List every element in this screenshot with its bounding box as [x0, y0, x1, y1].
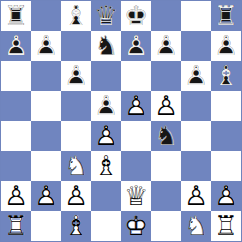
square-g8[interactable]: [181, 1, 211, 31]
piece-outline-glyph: ♙: [91, 91, 121, 121]
square-g4[interactable]: [181, 121, 211, 151]
piece-black-bishop[interactable]: ♝♗: [211, 61, 241, 91]
square-f3[interactable]: [151, 151, 181, 181]
square-d4[interactable]: ♟♙: [91, 121, 121, 151]
square-d8[interactable]: ♛♕: [91, 1, 121, 31]
piece-outline-glyph: ♔: [121, 211, 151, 241]
piece-outline-glyph: ♙: [151, 91, 181, 121]
square-a6[interactable]: [1, 61, 31, 91]
piece-outline-glyph: ♙: [181, 61, 211, 91]
square-d6[interactable]: [91, 61, 121, 91]
square-h5[interactable]: [211, 91, 241, 121]
piece-white-knight[interactable]: ♞♘: [181, 211, 211, 241]
square-f8[interactable]: [151, 1, 181, 31]
square-g7[interactable]: [181, 31, 211, 61]
piece-outline-glyph: ♔: [121, 1, 151, 31]
square-b7[interactable]: ♟♙: [31, 31, 61, 61]
piece-white-pawn[interactable]: ♟♙: [91, 121, 121, 151]
square-h2[interactable]: ♟♙: [211, 181, 241, 211]
piece-outline-glyph: ♖: [211, 1, 241, 31]
square-h6[interactable]: ♝♗: [211, 61, 241, 91]
piece-outline-glyph: ♙: [61, 181, 91, 211]
square-f7[interactable]: ♟♙: [151, 31, 181, 61]
piece-outline-glyph: ♘: [181, 211, 211, 241]
piece-outline-glyph: ♙: [31, 181, 61, 211]
square-f1[interactable]: [151, 211, 181, 241]
square-a4[interactable]: [1, 121, 31, 151]
piece-outline-glyph: ♖: [1, 1, 31, 31]
square-e8[interactable]: ♚♔: [121, 1, 151, 31]
square-h3[interactable]: [211, 151, 241, 181]
piece-outline-glyph: ♗: [61, 1, 91, 31]
square-e5[interactable]: ♟♙: [121, 91, 151, 121]
square-d3[interactable]: ♝♗: [91, 151, 121, 181]
square-c7[interactable]: [61, 31, 91, 61]
piece-black-pawn[interactable]: ♟♙: [91, 91, 121, 121]
square-h8[interactable]: ♜♖: [211, 1, 241, 31]
square-e4[interactable]: [121, 121, 151, 151]
piece-white-king[interactable]: ♚♔: [121, 211, 151, 241]
square-a7[interactable]: ♟♙: [1, 31, 31, 61]
square-a2[interactable]: ♟♙: [1, 181, 31, 211]
square-e2[interactable]: ♛♕: [121, 181, 151, 211]
piece-outline-glyph: ♙: [151, 31, 181, 61]
piece-outline-glyph: ♙: [181, 181, 211, 211]
square-e1[interactable]: ♚♔: [121, 211, 151, 241]
square-b2[interactable]: ♟♙: [31, 181, 61, 211]
piece-black-queen[interactable]: ♛♕: [91, 1, 121, 31]
piece-outline-glyph: ♕: [91, 1, 121, 31]
square-a5[interactable]: [1, 91, 31, 121]
piece-outline-glyph: ♗: [91, 151, 121, 181]
square-f6[interactable]: [151, 61, 181, 91]
square-b8[interactable]: [31, 1, 61, 31]
square-h1[interactable]: ♜♖: [211, 211, 241, 241]
piece-outline-glyph: ♙: [61, 61, 91, 91]
piece-outline-glyph: ♘: [91, 31, 121, 61]
square-c5[interactable]: [61, 91, 91, 121]
square-a1[interactable]: ♜♖: [1, 211, 31, 241]
piece-white-pawn[interactable]: ♟♙: [211, 181, 241, 211]
square-a3[interactable]: [1, 151, 31, 181]
square-b5[interactable]: [31, 91, 61, 121]
square-c2[interactable]: ♟♙: [61, 181, 91, 211]
piece-black-pawn[interactable]: ♟♙: [151, 31, 181, 61]
square-f4[interactable]: ♞♘: [151, 121, 181, 151]
square-f5[interactable]: ♟♙: [151, 91, 181, 121]
piece-black-pawn[interactable]: ♟♙: [211, 31, 241, 61]
square-h7[interactable]: ♟♙: [211, 31, 241, 61]
piece-black-king[interactable]: ♚♔: [121, 1, 151, 31]
piece-white-pawn[interactable]: ♟♙: [181, 181, 211, 211]
square-h4[interactable]: [211, 121, 241, 151]
piece-black-pawn[interactable]: ♟♙: [1, 31, 31, 61]
piece-white-pawn[interactable]: ♟♙: [31, 181, 61, 211]
piece-black-pawn[interactable]: ♟♙: [121, 31, 151, 61]
piece-white-rook[interactable]: ♜♖: [1, 211, 31, 241]
piece-black-pawn[interactable]: ♟♙: [31, 31, 61, 61]
piece-outline-glyph: ♕: [121, 181, 151, 211]
square-g2[interactable]: ♟♙: [181, 181, 211, 211]
piece-white-pawn[interactable]: ♟♙: [151, 91, 181, 121]
piece-white-queen[interactable]: ♛♕: [121, 181, 151, 211]
piece-outline-glyph: ♙: [211, 31, 241, 61]
piece-black-rook[interactable]: ♜♖: [211, 1, 241, 31]
piece-outline-glyph: ♖: [1, 211, 31, 241]
square-c4[interactable]: [61, 121, 91, 151]
piece-black-pawn[interactable]: ♟♙: [181, 61, 211, 91]
piece-white-bishop[interactable]: ♝♗: [91, 151, 121, 181]
piece-outline-glyph: ♙: [121, 31, 151, 61]
piece-black-rook[interactable]: ♜♖: [1, 1, 31, 31]
square-e3[interactable]: [121, 151, 151, 181]
chess-board: ♜♖♝♗♛♕♚♔♜♖♟♙♟♙♞♘♟♙♟♙♟♙♟♙♟♙♝♗♟♙♟♙♟♙♟♙♞♘♞♘…: [0, 0, 242, 242]
piece-outline-glyph: ♗: [61, 211, 91, 241]
square-b6[interactable]: [31, 61, 61, 91]
square-d1[interactable]: [91, 211, 121, 241]
square-b3[interactable]: [31, 151, 61, 181]
piece-outline-glyph: ♘: [61, 151, 91, 181]
piece-outline-glyph: ♙: [211, 181, 241, 211]
piece-black-knight[interactable]: ♞♘: [91, 31, 121, 61]
square-b4[interactable]: [31, 121, 61, 151]
piece-white-pawn[interactable]: ♟♙: [121, 91, 151, 121]
square-c6[interactable]: ♟♙: [61, 61, 91, 91]
square-d7[interactable]: ♞♘: [91, 31, 121, 61]
piece-outline-glyph: ♙: [1, 31, 31, 61]
square-g5[interactable]: [181, 91, 211, 121]
square-e6[interactable]: [121, 61, 151, 91]
square-c8[interactable]: ♝♗: [61, 1, 91, 31]
piece-white-pawn[interactable]: ♟♙: [61, 181, 91, 211]
piece-outline-glyph: ♘: [151, 121, 181, 151]
square-f2[interactable]: [151, 181, 181, 211]
piece-black-bishop[interactable]: ♝♗: [61, 1, 91, 31]
square-g3[interactable]: [181, 151, 211, 181]
piece-white-knight[interactable]: ♞♘: [61, 151, 91, 181]
piece-black-knight[interactable]: ♞♘: [151, 121, 181, 151]
square-e7[interactable]: ♟♙: [121, 31, 151, 61]
piece-outline-glyph: ♗: [211, 61, 241, 91]
piece-white-bishop[interactable]: ♝♗: [61, 211, 91, 241]
square-a8[interactable]: ♜♖: [1, 1, 31, 31]
piece-white-rook[interactable]: ♜♖: [211, 211, 241, 241]
piece-outline-glyph: ♙: [91, 121, 121, 151]
piece-outline-glyph: ♙: [31, 31, 61, 61]
piece-black-pawn[interactable]: ♟♙: [61, 61, 91, 91]
square-g6[interactable]: ♟♙: [181, 61, 211, 91]
piece-white-pawn[interactable]: ♟♙: [1, 181, 31, 211]
square-c3[interactable]: ♞♘: [61, 151, 91, 181]
square-d5[interactable]: ♟♙: [91, 91, 121, 121]
piece-outline-glyph: ♙: [121, 91, 151, 121]
piece-outline-glyph: ♙: [1, 181, 31, 211]
square-d2[interactable]: [91, 181, 121, 211]
piece-outline-glyph: ♖: [211, 211, 241, 241]
square-b1[interactable]: [31, 211, 61, 241]
square-c1[interactable]: ♝♗: [61, 211, 91, 241]
square-g1[interactable]: ♞♘: [181, 211, 211, 241]
